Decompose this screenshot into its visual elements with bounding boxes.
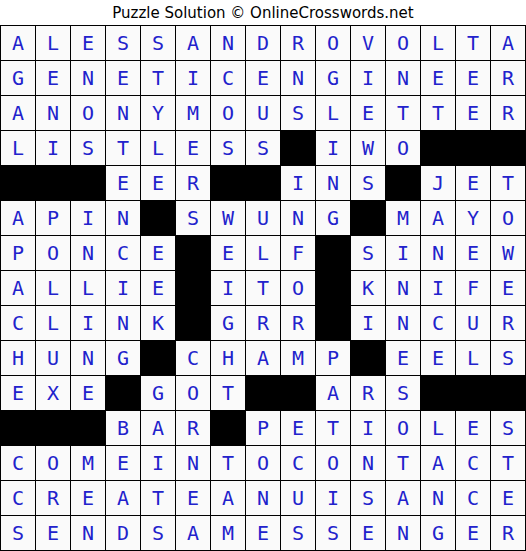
black-cell-r11c13 — [421, 376, 455, 410]
letter-cell-r12c6: R — [176, 411, 210, 445]
letter-cell-r1c7: N — [211, 26, 245, 60]
black-cell-r5c1 — [1, 166, 35, 200]
letter-cell-r7c9: F — [281, 236, 315, 270]
letter-cell-r9c5: K — [141, 306, 175, 340]
letter-cell-r14c15: E — [491, 481, 525, 515]
letter-cell-r12c8: P — [246, 411, 280, 445]
letter-cell-r10c15: S — [491, 341, 525, 375]
black-cell-r5c3 — [71, 166, 105, 200]
letter-cell-r8c1: A — [1, 271, 35, 305]
letter-cell-r11c10: A — [316, 376, 350, 410]
letter-cell-r9c7: G — [211, 306, 245, 340]
letter-cell-r10c2: U — [36, 341, 70, 375]
letter-cell-r10c3: N — [71, 341, 105, 375]
letter-cell-r13c9: C — [281, 446, 315, 480]
letter-cell-r2c5: T — [141, 61, 175, 95]
letter-cell-r4c12: O — [386, 131, 420, 165]
letter-cell-r4c1: L — [1, 131, 35, 165]
letter-cell-r4c4: T — [106, 131, 140, 165]
letter-cell-r3c9: S — [281, 96, 315, 130]
black-cell-r6c11 — [351, 201, 385, 235]
letter-cell-r12c10: T — [316, 411, 350, 445]
letter-cell-r5c15: T — [491, 166, 525, 200]
letter-cell-r8c15: E — [491, 271, 525, 305]
letter-cell-r6c12: M — [386, 201, 420, 235]
letter-cell-r13c13: A — [421, 446, 455, 480]
letter-cell-r6c7: W — [211, 201, 245, 235]
letter-cell-r9c9: R — [281, 306, 315, 340]
letter-cell-r6c8: U — [246, 201, 280, 235]
letter-cell-r13c2: O — [36, 446, 70, 480]
letter-cell-r3c3: O — [71, 96, 105, 130]
letter-cell-r2c12: N — [386, 61, 420, 95]
black-cell-r10c11 — [351, 341, 385, 375]
letter-cell-r14c10: I — [316, 481, 350, 515]
letter-cell-r11c11: R — [351, 376, 385, 410]
black-cell-r9c6 — [176, 306, 210, 340]
letter-cell-r2c10: G — [316, 61, 350, 95]
letter-cell-r2c8: E — [246, 61, 280, 95]
letter-cell-r5c14: E — [456, 166, 490, 200]
letter-cell-r6c10: G — [316, 201, 350, 235]
letter-cell-r1c11: V — [351, 26, 385, 60]
letter-cell-r3c4: N — [106, 96, 140, 130]
letter-cell-r1c4: S — [106, 26, 140, 60]
letter-cell-r8c5: E — [141, 271, 175, 305]
letter-cell-r15c3: N — [71, 516, 105, 550]
letter-cell-r2c13: E — [421, 61, 455, 95]
black-cell-r12c7 — [211, 411, 245, 445]
letter-cell-r1c12: O — [386, 26, 420, 60]
letter-cell-r1c9: R — [281, 26, 315, 60]
letter-cell-r15c5: S — [141, 516, 175, 550]
letter-cell-r13c8: O — [246, 446, 280, 480]
letter-cell-r7c12: I — [386, 236, 420, 270]
letter-cell-r3c7: O — [211, 96, 245, 130]
letter-cell-r15c4: D — [106, 516, 140, 550]
letter-cell-r13c3: M — [71, 446, 105, 480]
letter-cell-r8c7: I — [211, 271, 245, 305]
letter-cell-r3c14: E — [456, 96, 490, 130]
letter-cell-r1c10: O — [316, 26, 350, 60]
letter-cell-r14c2: R — [36, 481, 70, 515]
letter-cell-r14c8: N — [246, 481, 280, 515]
letter-cell-r3c1: A — [1, 96, 35, 130]
letter-cell-r14c11: S — [351, 481, 385, 515]
letter-cell-r10c4: G — [106, 341, 140, 375]
letter-cell-r13c12: T — [386, 446, 420, 480]
letter-cell-r3c5: Y — [141, 96, 175, 130]
letter-cell-r8c13: I — [421, 271, 455, 305]
letter-cell-r5c9: I — [281, 166, 315, 200]
letter-cell-r5c10: N — [316, 166, 350, 200]
letter-cell-r9c8: R — [246, 306, 280, 340]
letter-cell-r14c6: E — [176, 481, 210, 515]
black-cell-r5c8 — [246, 166, 280, 200]
letter-cell-r10c9: M — [281, 341, 315, 375]
letter-cell-r1c13: L — [421, 26, 455, 60]
letter-cell-r6c15: O — [491, 201, 525, 235]
letter-cell-r6c6: S — [176, 201, 210, 235]
letter-cell-r13c4: E — [106, 446, 140, 480]
letter-cell-r7c3: N — [71, 236, 105, 270]
letter-cell-r9c12: N — [386, 306, 420, 340]
black-cell-r7c6 — [176, 236, 210, 270]
letter-cell-r6c1: A — [1, 201, 35, 235]
letter-cell-r1c15: A — [491, 26, 525, 60]
letter-cell-r9c14: U — [456, 306, 490, 340]
letter-cell-r15c15: R — [491, 516, 525, 550]
letter-cell-r4c5: L — [141, 131, 175, 165]
letter-cell-r7c7: E — [211, 236, 245, 270]
page-title: Puzzle Solution © OnlineCrosswords.net — [0, 0, 526, 25]
letter-cell-r14c3: E — [71, 481, 105, 515]
letter-cell-r8c2: L — [36, 271, 70, 305]
letter-cell-r3c2: N — [36, 96, 70, 130]
black-cell-r11c15 — [491, 376, 525, 410]
letter-cell-r12c9: E — [281, 411, 315, 445]
letter-cell-r15c8: E — [246, 516, 280, 550]
letter-cell-r14c5: T — [141, 481, 175, 515]
letter-cell-r2c1: G — [1, 61, 35, 95]
letter-cell-r4c3: S — [71, 131, 105, 165]
letter-cell-r13c5: I — [141, 446, 175, 480]
letter-cell-r9c13: C — [421, 306, 455, 340]
letter-cell-r6c14: Y — [456, 201, 490, 235]
letter-cell-r8c8: T — [246, 271, 280, 305]
puzzle-solution-page: Puzzle Solution © OnlineCrosswords.net A… — [0, 0, 526, 551]
black-cell-r8c6 — [176, 271, 210, 305]
letter-cell-r10c10: P — [316, 341, 350, 375]
letter-cell-r10c8: A — [246, 341, 280, 375]
letter-cell-r4c11: W — [351, 131, 385, 165]
letter-cell-r13c11: N — [351, 446, 385, 480]
black-cell-r10c5 — [141, 341, 175, 375]
letter-cell-r7c14: E — [456, 236, 490, 270]
black-cell-r11c9 — [281, 376, 315, 410]
letter-cell-r7c1: P — [1, 236, 35, 270]
letter-cell-r13c10: O — [316, 446, 350, 480]
letter-cell-r7c8: L — [246, 236, 280, 270]
letter-cell-r1c6: A — [176, 26, 210, 60]
letter-cell-r8c14: F — [456, 271, 490, 305]
letter-cell-r12c15: S — [491, 411, 525, 445]
letter-cell-r8c11: K — [351, 271, 385, 305]
letter-cell-r2c6: I — [176, 61, 210, 95]
letter-cell-r9c1: C — [1, 306, 35, 340]
letter-cell-r4c10: I — [316, 131, 350, 165]
letter-cell-r2c7: C — [211, 61, 245, 95]
letter-cell-r4c6: E — [176, 131, 210, 165]
letter-cell-r2c4: E — [106, 61, 140, 95]
black-cell-r4c15 — [491, 131, 525, 165]
letter-cell-r13c1: C — [1, 446, 35, 480]
letter-cell-r10c1: H — [1, 341, 35, 375]
letter-cell-r15c2: E — [36, 516, 70, 550]
letter-cell-r6c4: N — [106, 201, 140, 235]
black-cell-r7c10 — [316, 236, 350, 270]
black-cell-r11c8 — [246, 376, 280, 410]
letter-cell-r15c7: M — [211, 516, 245, 550]
letter-cell-r5c11: S — [351, 166, 385, 200]
letter-cell-r5c6: R — [176, 166, 210, 200]
letter-cell-r15c11: E — [351, 516, 385, 550]
letter-cell-r6c13: A — [421, 201, 455, 235]
letter-cell-r7c15: W — [491, 236, 525, 270]
letter-cell-r10c6: C — [176, 341, 210, 375]
letter-cell-r3c12: T — [386, 96, 420, 130]
letter-cell-r2c14: E — [456, 61, 490, 95]
letter-cell-r11c1: E — [1, 376, 35, 410]
letter-cell-r11c6: O — [176, 376, 210, 410]
black-cell-r11c14 — [456, 376, 490, 410]
black-cell-r11c4 — [106, 376, 140, 410]
letter-cell-r12c14: E — [456, 411, 490, 445]
letter-cell-r8c3: L — [71, 271, 105, 305]
letter-cell-r7c5: E — [141, 236, 175, 270]
letter-cell-r11c12: S — [386, 376, 420, 410]
black-cell-r12c3 — [71, 411, 105, 445]
letter-cell-r14c12: A — [386, 481, 420, 515]
letter-cell-r14c1: C — [1, 481, 35, 515]
letter-cell-r2c11: I — [351, 61, 385, 95]
letter-cell-r10c14: L — [456, 341, 490, 375]
letter-cell-r1c14: T — [456, 26, 490, 60]
letter-cell-r13c15: T — [491, 446, 525, 480]
letter-cell-r9c11: I — [351, 306, 385, 340]
black-cell-r6c5 — [141, 201, 175, 235]
letter-cell-r15c12: N — [386, 516, 420, 550]
black-cell-r4c13 — [421, 131, 455, 165]
letter-cell-r4c7: S — [211, 131, 245, 165]
letter-cell-r1c5: S — [141, 26, 175, 60]
letter-cell-r4c2: I — [36, 131, 70, 165]
letter-cell-r8c4: I — [106, 271, 140, 305]
letter-cell-r14c14: C — [456, 481, 490, 515]
letter-cell-r13c6: N — [176, 446, 210, 480]
letter-cell-r15c10: S — [316, 516, 350, 550]
letter-cell-r15c6: A — [176, 516, 210, 550]
black-cell-r5c2 — [36, 166, 70, 200]
letter-cell-r15c13: G — [421, 516, 455, 550]
letter-cell-r15c9: S — [281, 516, 315, 550]
black-cell-r4c14 — [456, 131, 490, 165]
letter-cell-r2c2: E — [36, 61, 70, 95]
letter-cell-r5c4: E — [106, 166, 140, 200]
letter-cell-r7c13: N — [421, 236, 455, 270]
letter-cell-r7c4: C — [106, 236, 140, 270]
letter-cell-r14c7: A — [211, 481, 245, 515]
black-cell-r4c9 — [281, 131, 315, 165]
letter-cell-r9c15: R — [491, 306, 525, 340]
crossword-grid: ALESSANDROVOLTAGENETICENGINEERANONYMOUSL… — [0, 25, 526, 551]
letter-cell-r11c2: X — [36, 376, 70, 410]
letter-cell-r10c7: H — [211, 341, 245, 375]
letter-cell-r13c14: C — [456, 446, 490, 480]
letter-cell-r5c5: E — [141, 166, 175, 200]
letter-cell-r12c4: B — [106, 411, 140, 445]
letter-cell-r3c15: R — [491, 96, 525, 130]
letter-cell-r2c15: R — [491, 61, 525, 95]
letter-cell-r5c13: J — [421, 166, 455, 200]
letter-cell-r15c1: S — [1, 516, 35, 550]
letter-cell-r13c7: T — [211, 446, 245, 480]
letter-cell-r3c11: E — [351, 96, 385, 130]
black-cell-r8c10 — [316, 271, 350, 305]
letter-cell-r6c3: I — [71, 201, 105, 235]
letter-cell-r3c6: M — [176, 96, 210, 130]
letter-cell-r9c3: I — [71, 306, 105, 340]
letter-cell-r12c11: I — [351, 411, 385, 445]
letter-cell-r11c7: T — [211, 376, 245, 410]
letter-cell-r1c2: L — [36, 26, 70, 60]
letter-cell-r9c2: L — [36, 306, 70, 340]
black-cell-r12c2 — [36, 411, 70, 445]
letter-cell-r12c13: L — [421, 411, 455, 445]
black-cell-r5c7 — [211, 166, 245, 200]
letter-cell-r6c9: N — [281, 201, 315, 235]
letter-cell-r7c2: O — [36, 236, 70, 270]
letter-cell-r10c12: E — [386, 341, 420, 375]
letter-cell-r4c8: S — [246, 131, 280, 165]
letter-cell-r11c3: E — [71, 376, 105, 410]
letter-cell-r10c13: E — [421, 341, 455, 375]
letter-cell-r14c9: U — [281, 481, 315, 515]
letter-cell-r2c9: N — [281, 61, 315, 95]
black-cell-r5c12 — [386, 166, 420, 200]
black-cell-r9c10 — [316, 306, 350, 340]
letter-cell-r12c5: A — [141, 411, 175, 445]
letter-cell-r7c11: S — [351, 236, 385, 270]
letter-cell-r8c12: N — [386, 271, 420, 305]
letter-cell-r11c5: G — [141, 376, 175, 410]
letter-cell-r12c12: O — [386, 411, 420, 445]
letter-cell-r9c4: N — [106, 306, 140, 340]
letter-cell-r3c8: U — [246, 96, 280, 130]
letter-cell-r14c4: A — [106, 481, 140, 515]
letter-cell-r1c1: A — [1, 26, 35, 60]
letter-cell-r3c10: L — [316, 96, 350, 130]
letter-cell-r8c9: O — [281, 271, 315, 305]
letter-cell-r1c3: E — [71, 26, 105, 60]
letter-cell-r14c13: N — [421, 481, 455, 515]
black-cell-r12c1 — [1, 411, 35, 445]
letter-cell-r1c8: D — [246, 26, 280, 60]
letter-cell-r2c3: N — [71, 61, 105, 95]
letter-cell-r3c13: T — [421, 96, 455, 130]
letter-cell-r15c14: E — [456, 516, 490, 550]
letter-cell-r6c2: P — [36, 201, 70, 235]
